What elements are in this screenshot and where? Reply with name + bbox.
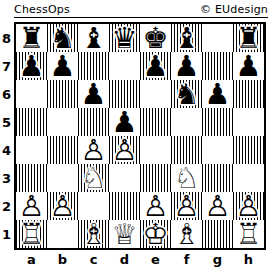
- piece-halo: ♟: [109, 108, 140, 136]
- square-f6[interactable]: ♞♞: [171, 80, 202, 108]
- white-queen: ♕: [109, 220, 140, 248]
- white-knight: ♘: [171, 164, 202, 192]
- square-b1[interactable]: [47, 220, 78, 248]
- piece-halo: ♞: [171, 80, 202, 108]
- square-f5[interactable]: [171, 108, 202, 136]
- rank-labels: 87654321: [0, 24, 13, 248]
- file-label-c: c: [78, 251, 109, 267]
- file-label-g: g: [202, 251, 233, 267]
- file-labels: abcdefgh: [16, 251, 264, 267]
- file-label-b: b: [47, 251, 78, 267]
- square-d1[interactable]: ♛♕: [109, 220, 140, 248]
- file-label-f: f: [171, 251, 202, 267]
- black-rook: ♜: [16, 24, 47, 52]
- white-pawn: ♙: [16, 192, 47, 220]
- piece-halo: ♟: [171, 52, 202, 80]
- square-a5[interactable]: [16, 108, 47, 136]
- square-f3[interactable]: ♞♘: [171, 164, 202, 192]
- copyright-text: © EUdesign: [200, 3, 268, 16]
- black-bishop: ♝: [78, 24, 109, 52]
- square-d5[interactable]: ♟♟: [109, 108, 140, 136]
- square-d6[interactable]: [109, 80, 140, 108]
- black-pawn: ♟: [109, 108, 140, 136]
- piece-halo: ♟: [109, 136, 140, 164]
- square-h5[interactable]: [233, 108, 264, 136]
- square-c7[interactable]: [78, 52, 109, 80]
- piece-halo: ♝: [171, 220, 202, 248]
- piece-halo: ♟: [202, 80, 233, 108]
- piece-halo: ♞: [171, 164, 202, 192]
- black-bishop: ♝: [171, 24, 202, 52]
- piece-halo: ♟: [140, 52, 171, 80]
- chess-board: ♜♜♞♞♝♝♛♛♚♚♝♝♜♜♟♟♟♟♟♟♟♟♟♟♟♟♞♞♟♟♟♟♟♙♟♙♞♘♞♘…: [14, 22, 266, 250]
- file-label-h: h: [233, 251, 264, 267]
- square-g1[interactable]: [202, 220, 233, 248]
- square-a8[interactable]: ♜♜: [16, 24, 47, 52]
- square-f4[interactable]: [171, 136, 202, 164]
- square-d3[interactable]: [109, 164, 140, 192]
- square-d8[interactable]: ♛♛: [109, 24, 140, 52]
- square-c6[interactable]: ♟♟: [78, 80, 109, 108]
- black-knight: ♞: [171, 80, 202, 108]
- square-d4[interactable]: ♟♙: [109, 136, 140, 164]
- black-pawn: ♟: [171, 52, 202, 80]
- piece-halo: ♝: [78, 220, 109, 248]
- piece-halo: ♝: [171, 24, 202, 52]
- piece-halo: ♟: [233, 52, 264, 80]
- white-bishop: ♗: [171, 220, 202, 248]
- white-pawn: ♙: [202, 192, 233, 220]
- square-e8[interactable]: ♚♚: [140, 24, 171, 52]
- square-h6[interactable]: [233, 80, 264, 108]
- black-pawn: ♟: [78, 80, 109, 108]
- black-pawn: ♟: [202, 80, 233, 108]
- square-d2[interactable]: [109, 192, 140, 220]
- piece-halo: ♟: [78, 80, 109, 108]
- piece-halo: ♚: [140, 220, 171, 248]
- square-c3[interactable]: ♞♘: [78, 164, 109, 192]
- square-a4[interactable]: [16, 136, 47, 164]
- app-title: ChessOps: [14, 3, 70, 16]
- square-c8[interactable]: ♝♝: [78, 24, 109, 52]
- square-f8[interactable]: ♝♝: [171, 24, 202, 52]
- square-g8[interactable]: [202, 24, 233, 52]
- rank-label-1: 1: [0, 220, 13, 248]
- square-c2[interactable]: [78, 192, 109, 220]
- square-a3[interactable]: [16, 164, 47, 192]
- white-pawn: ♙: [171, 192, 202, 220]
- square-a6[interactable]: [16, 80, 47, 108]
- piece-halo: ♜: [233, 220, 264, 248]
- piece-halo: ♟: [140, 192, 171, 220]
- square-g4[interactable]: [202, 136, 233, 164]
- square-h3[interactable]: [233, 164, 264, 192]
- square-e6[interactable]: [140, 80, 171, 108]
- rank-label-8: 8: [0, 24, 13, 52]
- rank-label-2: 2: [0, 192, 13, 220]
- file-label-d: d: [109, 251, 140, 267]
- piece-halo: ♟: [47, 52, 78, 80]
- square-g7[interactable]: [202, 52, 233, 80]
- square-e3[interactable]: [140, 164, 171, 192]
- piece-halo: ♛: [109, 24, 140, 52]
- chessops-window: ChessOps © EUdesign 87654321 ♜♜♞♞♝♝♛♛♚♚♝…: [0, 0, 270, 270]
- piece-halo: ♟: [16, 192, 47, 220]
- piece-halo: ♜: [233, 24, 264, 52]
- square-b7[interactable]: ♟♟: [47, 52, 78, 80]
- piece-halo: ♞: [47, 24, 78, 52]
- piece-halo: ♟: [78, 136, 109, 164]
- square-b6[interactable]: [47, 80, 78, 108]
- black-queen: ♛: [109, 24, 140, 52]
- square-e7[interactable]: ♟♟: [140, 52, 171, 80]
- piece-halo: ♝: [78, 24, 109, 52]
- rank-label-3: 3: [0, 164, 13, 192]
- piece-halo: ♟: [47, 192, 78, 220]
- white-knight: ♘: [78, 164, 109, 192]
- file-label-a: a: [16, 251, 47, 267]
- piece-halo: ♟: [171, 192, 202, 220]
- square-f1[interactable]: ♝♗: [171, 220, 202, 248]
- black-knight: ♞: [47, 24, 78, 52]
- black-pawn: ♟: [47, 52, 78, 80]
- square-e2[interactable]: ♟♙: [140, 192, 171, 220]
- black-king: ♚: [140, 24, 171, 52]
- white-pawn: ♙: [47, 192, 78, 220]
- white-pawn: ♙: [109, 136, 140, 164]
- square-e4[interactable]: [140, 136, 171, 164]
- square-f2[interactable]: ♟♙: [171, 192, 202, 220]
- piece-halo: ♜: [16, 220, 47, 248]
- square-h4[interactable]: [233, 136, 264, 164]
- white-rook: ♖: [16, 220, 47, 248]
- black-pawn: ♟: [140, 52, 171, 80]
- square-h2[interactable]: ♟♙: [233, 192, 264, 220]
- white-rook: ♖: [233, 220, 264, 248]
- piece-halo: ♛: [109, 220, 140, 248]
- rank-label-4: 4: [0, 136, 13, 164]
- square-g5[interactable]: [202, 108, 233, 136]
- square-h1[interactable]: ♜♖: [233, 220, 264, 248]
- white-pawn: ♙: [78, 136, 109, 164]
- square-b4[interactable]: [47, 136, 78, 164]
- square-f7[interactable]: ♟♟: [171, 52, 202, 80]
- piece-halo: ♟: [16, 52, 47, 80]
- square-c4[interactable]: ♟♙: [78, 136, 109, 164]
- square-b8[interactable]: ♞♞: [47, 24, 78, 52]
- square-e5[interactable]: [140, 108, 171, 136]
- square-b3[interactable]: [47, 164, 78, 192]
- square-e1[interactable]: ♚♔: [140, 220, 171, 248]
- rank-label-6: 6: [0, 80, 13, 108]
- piece-halo: ♞: [78, 164, 109, 192]
- square-a1[interactable]: ♜♖: [16, 220, 47, 248]
- square-g3[interactable]: [202, 164, 233, 192]
- file-label-e: e: [140, 251, 171, 267]
- square-g6[interactable]: ♟♟: [202, 80, 233, 108]
- square-a2[interactable]: ♟♙: [16, 192, 47, 220]
- square-b5[interactable]: [47, 108, 78, 136]
- piece-halo: ♜: [16, 24, 47, 52]
- square-d7[interactable]: [109, 52, 140, 80]
- piece-halo: ♚: [140, 24, 171, 52]
- rank-label-5: 5: [0, 108, 13, 136]
- white-bishop: ♗: [78, 220, 109, 248]
- header-rule: [14, 17, 268, 18]
- black-pawn: ♟: [233, 52, 264, 80]
- square-c5[interactable]: [78, 108, 109, 136]
- piece-halo: ♟: [202, 192, 233, 220]
- square-g2[interactable]: ♟♙: [202, 192, 233, 220]
- white-pawn: ♙: [140, 192, 171, 220]
- piece-halo: ♟: [233, 192, 264, 220]
- rank-label-7: 7: [0, 52, 13, 80]
- black-rook: ♜: [233, 24, 264, 52]
- square-c1[interactable]: ♝♗: [78, 220, 109, 248]
- header-bar: ChessOps © EUdesign: [14, 3, 268, 16]
- black-pawn: ♟: [16, 52, 47, 80]
- white-pawn: ♙: [233, 192, 264, 220]
- square-b2[interactable]: ♟♙: [47, 192, 78, 220]
- square-h8[interactable]: ♜♜: [233, 24, 264, 52]
- white-king: ♔: [140, 220, 171, 248]
- square-a7[interactable]: ♟♟: [16, 52, 47, 80]
- square-h7[interactable]: ♟♟: [233, 52, 264, 80]
